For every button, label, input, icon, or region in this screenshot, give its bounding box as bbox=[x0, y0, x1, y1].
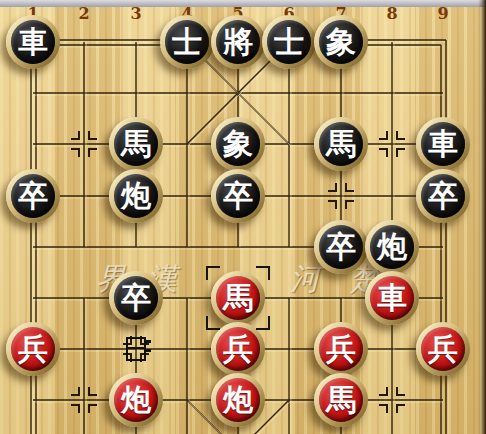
piece-red-horse[interactable]: 馬 bbox=[314, 373, 368, 427]
column-label-8: 8 bbox=[383, 4, 401, 24]
last-move-origin-marker bbox=[126, 337, 146, 361]
piece-glyph: 兵 bbox=[18, 334, 48, 364]
piece-black-cannon[interactable]: 炮 bbox=[109, 169, 163, 223]
piece-face: 馬 bbox=[319, 378, 363, 422]
piece-glyph: 將 bbox=[223, 27, 253, 57]
piece-glyph: 馬 bbox=[326, 129, 356, 159]
piece-glyph: 車 bbox=[428, 129, 458, 159]
piece-black-advisor[interactable]: 士 bbox=[262, 15, 316, 69]
piece-face: 兵 bbox=[216, 327, 260, 371]
piece-glyph: 象 bbox=[223, 129, 253, 159]
piece-red-cannon[interactable]: 炮 bbox=[109, 373, 163, 427]
piece-black-general[interactable]: 將 bbox=[211, 15, 265, 69]
window-top-edge bbox=[0, 0, 486, 7]
piece-face: 兵 bbox=[11, 327, 55, 371]
piece-black-advisor[interactable]: 士 bbox=[160, 15, 214, 69]
piece-glyph: 車 bbox=[377, 283, 407, 313]
piece-glyph: 兵 bbox=[428, 334, 458, 364]
piece-black-elephant[interactable]: 象 bbox=[211, 117, 265, 171]
piece-glyph: 兵 bbox=[326, 334, 356, 364]
piece-red-chariot[interactable]: 車 bbox=[365, 271, 419, 325]
piece-black-chariot[interactable]: 車 bbox=[6, 15, 60, 69]
piece-glyph: 卒 bbox=[18, 181, 48, 211]
piece-face: 卒 bbox=[11, 174, 55, 218]
piece-face: 象 bbox=[216, 122, 260, 166]
piece-glyph: 馬 bbox=[121, 129, 151, 159]
piece-face: 馬 bbox=[319, 122, 363, 166]
piece-glyph: 車 bbox=[18, 27, 48, 57]
piece-black-soldier[interactable]: 卒 bbox=[314, 220, 368, 274]
piece-glyph: 馬 bbox=[326, 385, 356, 415]
piece-glyph: 炮 bbox=[121, 385, 151, 415]
piece-glyph: 炮 bbox=[223, 385, 253, 415]
piece-black-elephant[interactable]: 象 bbox=[314, 15, 368, 69]
piece-black-soldier[interactable]: 卒 bbox=[109, 271, 163, 325]
column-label-3: 3 bbox=[127, 4, 145, 24]
piece-red-cannon[interactable]: 炮 bbox=[211, 373, 265, 427]
piece-glyph: 卒 bbox=[428, 181, 458, 211]
last-move-destination-marker bbox=[206, 266, 270, 330]
piece-red-soldier[interactable]: 兵 bbox=[6, 322, 60, 376]
piece-glyph: 象 bbox=[326, 27, 356, 57]
piece-face: 卒 bbox=[319, 225, 363, 269]
piece-black-soldier[interactable]: 卒 bbox=[6, 169, 60, 223]
piece-glyph: 卒 bbox=[121, 283, 151, 313]
piece-glyph: 士 bbox=[274, 27, 304, 57]
piece-red-soldier[interactable]: 兵 bbox=[211, 322, 265, 376]
piece-black-soldier[interactable]: 卒 bbox=[211, 169, 265, 223]
piece-face: 兵 bbox=[421, 327, 465, 371]
piece-black-cannon[interactable]: 炮 bbox=[365, 220, 419, 274]
piece-face: 炮 bbox=[114, 378, 158, 422]
piece-face: 士 bbox=[267, 20, 311, 64]
piece-glyph: 兵 bbox=[223, 334, 253, 364]
piece-glyph: 卒 bbox=[223, 181, 253, 211]
piece-glyph: 卒 bbox=[326, 232, 356, 262]
piece-black-horse[interactable]: 馬 bbox=[314, 117, 368, 171]
piece-face: 兵 bbox=[319, 327, 363, 371]
column-label-9: 9 bbox=[434, 4, 452, 24]
piece-face: 象 bbox=[319, 20, 363, 64]
piece-face: 將 bbox=[216, 20, 260, 64]
piece-glyph: 炮 bbox=[121, 181, 151, 211]
xiangqi-board[interactable]: 123456789 界漢河楚 車士將士象馬象馬車卒炮卒卒卒炮卒馬車兵兵兵兵炮炮馬 bbox=[0, 0, 486, 434]
piece-face: 炮 bbox=[216, 378, 260, 422]
piece-face: 卒 bbox=[114, 276, 158, 320]
piece-black-chariot[interactable]: 車 bbox=[416, 117, 470, 171]
piece-glyph: 士 bbox=[172, 27, 202, 57]
piece-face: 卒 bbox=[421, 174, 465, 218]
piece-face: 車 bbox=[421, 122, 465, 166]
piece-glyph: 炮 bbox=[377, 232, 407, 262]
piece-black-soldier[interactable]: 卒 bbox=[416, 169, 470, 223]
piece-red-soldier[interactable]: 兵 bbox=[416, 322, 470, 376]
piece-face: 炮 bbox=[114, 174, 158, 218]
river-char: 河 bbox=[290, 259, 320, 300]
column-label-2: 2 bbox=[75, 4, 93, 24]
piece-face: 炮 bbox=[370, 225, 414, 269]
board-right-edge-shadow bbox=[478, 0, 486, 434]
piece-face: 馬 bbox=[114, 122, 158, 166]
piece-red-soldier[interactable]: 兵 bbox=[314, 322, 368, 376]
piece-face: 士 bbox=[165, 20, 209, 64]
piece-face: 車 bbox=[370, 276, 414, 320]
piece-face: 車 bbox=[11, 20, 55, 64]
piece-face: 卒 bbox=[216, 174, 260, 218]
piece-black-horse[interactable]: 馬 bbox=[109, 117, 163, 171]
